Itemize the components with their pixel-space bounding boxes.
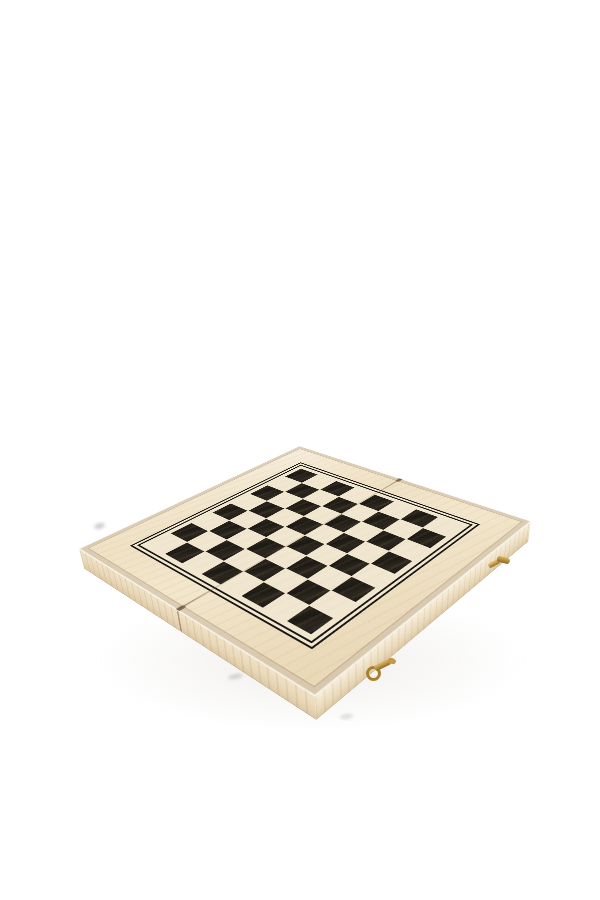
board-square-dark [329, 554, 370, 576]
perspective-scene [0, 0, 600, 900]
board-square-light [352, 564, 394, 588]
board-square-light [224, 549, 264, 571]
brass-clasp-icon [487, 552, 515, 572]
board-square-dark [242, 582, 285, 607]
board-square-dark [407, 528, 446, 548]
board-square-light [307, 544, 347, 565]
board-square-dark [287, 606, 333, 634]
brass-clasp-icon [364, 655, 398, 683]
board-square-dark [327, 533, 366, 553]
board-square-dark [332, 577, 375, 602]
board-square-dark [372, 551, 413, 573]
board-square-dark [367, 531, 406, 551]
board-square-dark [286, 556, 327, 579]
hinge-notch [176, 605, 187, 612]
board-square-dark [287, 580, 330, 605]
fold-seam-side [177, 610, 182, 631]
chess-board [79, 446, 531, 696]
board-square-light [390, 539, 430, 560]
board-square-dark [246, 538, 285, 558]
board-square-dark [286, 535, 325, 555]
board-square-light [221, 572, 263, 596]
board-square-dark [244, 559, 285, 582]
board-3d-wrapper [0, 0, 600, 900]
board-square-light [266, 547, 306, 568]
board-square-dark [201, 561, 242, 584]
board-square-light [264, 594, 309, 621]
board-square-dark [205, 540, 244, 561]
board-square-light [308, 566, 350, 590]
checker-grid [148, 469, 461, 635]
board-square-light [310, 591, 355, 618]
hinge-notch [395, 478, 403, 482]
board-square-light [265, 569, 307, 593]
board-top-face [79, 446, 531, 696]
board-square-light [348, 542, 388, 563]
board-square-light [183, 552, 223, 574]
product-photo-background [0, 0, 600, 900]
board-square-dark [165, 543, 204, 564]
